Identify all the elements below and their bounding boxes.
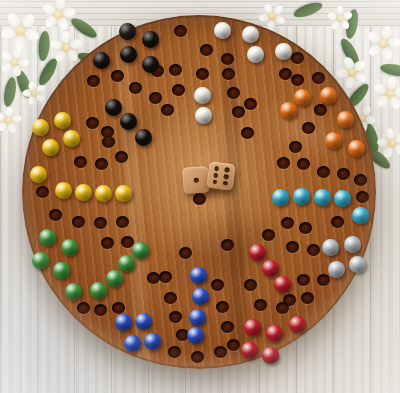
- marble-black[interactable]: [120, 46, 137, 63]
- board-hole[interactable]: [191, 351, 204, 363]
- marble-teal[interactable]: [272, 189, 289, 206]
- board-hole[interactable]: [72, 216, 85, 228]
- board-hole[interactable]: [356, 191, 369, 203]
- board-hole[interactable]: [279, 68, 292, 80]
- marble-red[interactable]: [249, 244, 266, 261]
- marble-yellow[interactable]: [63, 130, 80, 147]
- marble-red[interactable]: [274, 276, 291, 293]
- board-hole[interactable]: [297, 274, 310, 286]
- board-hole[interactable]: [200, 44, 213, 56]
- board-hole[interactable]: [241, 127, 254, 139]
- marble-yellow[interactable]: [54, 112, 71, 129]
- board-hole[interactable]: [116, 216, 129, 228]
- board-hole[interactable]: [161, 104, 174, 116]
- marble-silver[interactable]: [328, 261, 345, 278]
- board-hole[interactable]: [281, 217, 294, 229]
- marble-red[interactable]: [262, 347, 279, 364]
- marble-green[interactable]: [90, 282, 107, 299]
- board-hole[interactable]: [87, 75, 100, 87]
- marble-blue[interactable]: [135, 313, 152, 330]
- marble-green[interactable]: [106, 270, 123, 287]
- marble-blue[interactable]: [144, 333, 161, 350]
- marble-green[interactable]: [39, 229, 56, 246]
- die-pip: [224, 167, 229, 172]
- board-hole[interactable]: [227, 87, 240, 99]
- board-hole[interactable]: [164, 292, 177, 304]
- board-hole[interactable]: [172, 84, 185, 96]
- marble-silver[interactable]: [349, 256, 366, 273]
- board-hole[interactable]: [307, 244, 320, 256]
- marble-blue[interactable]: [189, 309, 206, 326]
- board-hole[interactable]: [149, 92, 162, 104]
- marble-red[interactable]: [289, 316, 306, 333]
- board-hole[interactable]: [331, 216, 344, 228]
- board-hole[interactable]: [101, 237, 114, 249]
- board-hole[interactable]: [312, 72, 325, 84]
- marble-yellow[interactable]: [30, 166, 47, 183]
- board-hole[interactable]: [286, 241, 299, 253]
- marble-green[interactable]: [132, 242, 149, 259]
- board-hole[interactable]: [196, 68, 209, 80]
- marble-teal[interactable]: [293, 188, 310, 205]
- wooden-die-1[interactable]: [182, 166, 210, 194]
- board-hole[interactable]: [174, 25, 187, 37]
- marble-yellow[interactable]: [55, 182, 72, 199]
- board-hole[interactable]: [227, 339, 240, 351]
- marble-black[interactable]: [142, 56, 159, 73]
- board-hole[interactable]: [211, 279, 224, 291]
- marble-blue[interactable]: [190, 267, 207, 284]
- board-hole[interactable]: [121, 236, 134, 248]
- board-hole[interactable]: [221, 239, 234, 251]
- flower-decoration: [373, 76, 400, 111]
- marble-blue[interactable]: [192, 288, 209, 305]
- board-hole[interactable]: [169, 311, 182, 323]
- board-hole[interactable]: [299, 222, 312, 234]
- board-hole[interactable]: [221, 321, 234, 333]
- flower-center: [53, 9, 63, 19]
- board-hole[interactable]: [244, 279, 257, 291]
- marble-yellow[interactable]: [95, 185, 112, 202]
- board-hole[interactable]: [291, 74, 304, 86]
- board-hole[interactable]: [179, 247, 192, 259]
- board-hole[interactable]: [95, 158, 108, 170]
- marble-red[interactable]: [266, 325, 283, 342]
- board-hole[interactable]: [302, 122, 315, 134]
- marble-red[interactable]: [244, 319, 261, 336]
- marble-teal[interactable]: [334, 190, 351, 207]
- marble-white[interactable]: [214, 22, 231, 39]
- board-hole[interactable]: [289, 141, 302, 153]
- board-hole[interactable]: [337, 168, 350, 180]
- board-hole[interactable]: [86, 117, 99, 129]
- marble-yellow[interactable]: [115, 185, 132, 202]
- marble-green[interactable]: [118, 255, 135, 272]
- marble-yellow[interactable]: [75, 184, 92, 201]
- marble-orange[interactable]: [348, 140, 365, 157]
- marble-black[interactable]: [120, 113, 137, 130]
- board-hole[interactable]: [276, 302, 289, 314]
- marble-green[interactable]: [32, 252, 49, 269]
- board-hole[interactable]: [254, 299, 267, 311]
- board-hole[interactable]: [111, 70, 124, 82]
- board-hole[interactable]: [301, 292, 314, 304]
- marble-white[interactable]: [275, 43, 292, 60]
- die-pip: [213, 173, 218, 178]
- flower-decoration: [41, 0, 76, 31]
- marble-blue[interactable]: [115, 314, 132, 331]
- board-hole[interactable]: [314, 104, 327, 116]
- board-hole[interactable]: [222, 68, 235, 80]
- wooden-die-6[interactable]: [207, 162, 236, 191]
- board-hole[interactable]: [277, 157, 290, 169]
- board-hole[interactable]: [94, 217, 107, 229]
- board-hole[interactable]: [317, 166, 330, 178]
- marble-white[interactable]: [195, 107, 212, 124]
- marble-white[interactable]: [194, 87, 211, 104]
- flower-decoration: [0, 106, 22, 134]
- marble-black[interactable]: [119, 23, 136, 40]
- marble-teal[interactable]: [314, 189, 331, 206]
- board-hole[interactable]: [291, 52, 304, 64]
- photo-scene: [0, 0, 400, 393]
- board-hole[interactable]: [115, 151, 128, 163]
- marble-red[interactable]: [262, 260, 279, 277]
- die-pip: [223, 181, 228, 186]
- marble-black[interactable]: [93, 52, 110, 69]
- board-hole[interactable]: [77, 302, 90, 314]
- die-pip: [224, 174, 229, 179]
- marble-blue[interactable]: [187, 327, 204, 344]
- board-hole[interactable]: [214, 346, 227, 358]
- marble-teal[interactable]: [352, 207, 369, 224]
- marble-white[interactable]: [242, 26, 259, 43]
- board-hole[interactable]: [101, 126, 114, 138]
- board-hole[interactable]: [221, 53, 234, 65]
- die-pip: [214, 166, 219, 171]
- marble-black[interactable]: [135, 129, 152, 146]
- marble-orange[interactable]: [325, 132, 342, 149]
- board-hole[interactable]: [147, 272, 160, 284]
- marble-silver[interactable]: [344, 236, 361, 253]
- board-hole[interactable]: [112, 302, 125, 314]
- marble-red[interactable]: [241, 342, 258, 359]
- board-hole[interactable]: [74, 156, 87, 168]
- marble-yellow[interactable]: [42, 139, 59, 156]
- board-hole[interactable]: [168, 346, 181, 358]
- marble-yellow[interactable]: [32, 119, 49, 136]
- marble-black[interactable]: [142, 31, 159, 48]
- board-hole[interactable]: [232, 106, 245, 118]
- board-hole[interactable]: [129, 82, 142, 94]
- board-hole[interactable]: [317, 274, 330, 286]
- board-hole[interactable]: [216, 301, 229, 313]
- marble-green[interactable]: [53, 262, 70, 279]
- board-hole[interactable]: [297, 158, 310, 170]
- board-hole[interactable]: [262, 229, 275, 241]
- marble-silver[interactable]: [322, 239, 339, 256]
- board-hole[interactable]: [159, 271, 172, 283]
- marble-green[interactable]: [65, 283, 82, 300]
- marble-orange[interactable]: [280, 102, 297, 119]
- board-hole[interactable]: [354, 174, 367, 186]
- board-hole[interactable]: [36, 186, 49, 198]
- marble-blue[interactable]: [124, 335, 141, 352]
- die-pip: [213, 180, 218, 185]
- die-pip: [194, 178, 199, 183]
- board-hole[interactable]: [169, 64, 182, 76]
- board-hole[interactable]: [94, 304, 107, 316]
- board-hole[interactable]: [244, 98, 257, 110]
- board-hole[interactable]: [49, 209, 62, 221]
- marble-green[interactable]: [61, 239, 78, 256]
- marble-orange[interactable]: [320, 87, 337, 104]
- marble-orange[interactable]: [337, 111, 354, 128]
- marble-black[interactable]: [105, 99, 122, 116]
- marble-white[interactable]: [247, 46, 264, 63]
- marble-orange[interactable]: [294, 89, 311, 106]
